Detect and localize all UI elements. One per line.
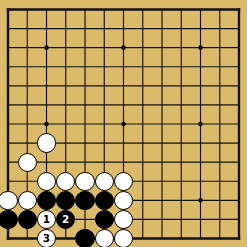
intersection bbox=[56, 191, 75, 210]
intersection bbox=[56, 134, 75, 153]
intersection bbox=[95, 172, 114, 191]
intersection bbox=[18, 38, 37, 57]
intersection bbox=[37, 38, 56, 57]
intersection bbox=[95, 76, 114, 95]
intersection bbox=[18, 210, 37, 229]
intersection bbox=[56, 76, 75, 95]
intersection bbox=[210, 134, 229, 153]
intersection bbox=[114, 191, 133, 210]
intersection bbox=[172, 134, 191, 153]
intersection bbox=[37, 19, 56, 38]
intersection bbox=[152, 57, 171, 76]
move-3-stone: 3 bbox=[37, 229, 56, 247]
intersection bbox=[133, 19, 152, 38]
intersection bbox=[229, 76, 247, 95]
intersection bbox=[191, 153, 210, 172]
intersection bbox=[114, 114, 133, 133]
intersection bbox=[18, 134, 37, 153]
intersection bbox=[18, 114, 37, 133]
intersection bbox=[172, 191, 191, 210]
intersection bbox=[56, 19, 75, 38]
intersection bbox=[18, 172, 37, 191]
intersection bbox=[152, 76, 171, 95]
intersection bbox=[114, 95, 133, 114]
intersection bbox=[75, 0, 94, 19]
intersection bbox=[191, 134, 210, 153]
intersection bbox=[56, 95, 75, 114]
intersection bbox=[75, 172, 94, 191]
black-stone bbox=[56, 191, 75, 210]
intersection bbox=[210, 191, 229, 210]
intersection bbox=[191, 0, 210, 19]
intersection bbox=[152, 19, 171, 38]
intersection bbox=[75, 134, 94, 153]
intersection bbox=[191, 19, 210, 38]
intersection bbox=[210, 0, 229, 19]
intersection bbox=[152, 114, 171, 133]
intersection bbox=[133, 0, 152, 19]
intersection bbox=[37, 57, 56, 76]
intersection bbox=[133, 229, 152, 247]
intersection bbox=[172, 57, 191, 76]
intersection bbox=[0, 134, 18, 153]
intersection bbox=[172, 153, 191, 172]
intersection bbox=[114, 76, 133, 95]
intersection bbox=[95, 19, 114, 38]
intersection bbox=[75, 38, 94, 57]
intersection bbox=[0, 0, 18, 19]
intersection bbox=[210, 19, 229, 38]
intersection bbox=[18, 95, 37, 114]
intersection bbox=[210, 95, 229, 114]
intersection bbox=[75, 19, 94, 38]
intersection bbox=[37, 134, 56, 153]
intersection bbox=[75, 57, 94, 76]
intersection bbox=[75, 114, 94, 133]
intersection bbox=[191, 229, 210, 247]
intersection bbox=[95, 210, 114, 229]
white-stone bbox=[56, 172, 75, 191]
intersection bbox=[172, 0, 191, 19]
intersection bbox=[95, 191, 114, 210]
intersection bbox=[229, 57, 247, 76]
white-stone bbox=[18, 153, 37, 172]
intersection bbox=[210, 229, 229, 247]
intersection bbox=[114, 0, 133, 19]
intersection bbox=[18, 19, 37, 38]
intersection bbox=[152, 210, 171, 229]
intersection bbox=[37, 153, 56, 172]
intersection bbox=[133, 134, 152, 153]
intersection bbox=[133, 76, 152, 95]
intersection bbox=[172, 19, 191, 38]
white-stone bbox=[0, 191, 18, 210]
intersection bbox=[114, 38, 133, 57]
intersection bbox=[152, 0, 171, 19]
intersection bbox=[0, 172, 18, 191]
intersection bbox=[133, 57, 152, 76]
intersection bbox=[56, 0, 75, 19]
intersection bbox=[229, 134, 247, 153]
intersection bbox=[210, 76, 229, 95]
intersection bbox=[210, 153, 229, 172]
intersection bbox=[229, 191, 247, 210]
intersection bbox=[191, 172, 210, 191]
intersection bbox=[210, 210, 229, 229]
black-stone bbox=[37, 191, 56, 210]
black-stone bbox=[95, 191, 114, 210]
intersection bbox=[172, 210, 191, 229]
intersection bbox=[75, 153, 94, 172]
intersection bbox=[95, 134, 114, 153]
intersection bbox=[95, 57, 114, 76]
intersection bbox=[0, 57, 18, 76]
intersection bbox=[95, 153, 114, 172]
intersection bbox=[18, 0, 37, 19]
intersection bbox=[133, 172, 152, 191]
intersection bbox=[210, 57, 229, 76]
intersection bbox=[229, 95, 247, 114]
intersection bbox=[37, 191, 56, 210]
intersection bbox=[114, 57, 133, 76]
intersection bbox=[114, 134, 133, 153]
intersection bbox=[37, 76, 56, 95]
intersection bbox=[152, 191, 171, 210]
intersection bbox=[133, 114, 152, 133]
black-stone bbox=[95, 210, 114, 229]
intersection bbox=[114, 210, 133, 229]
intersection bbox=[152, 229, 171, 247]
intersection bbox=[191, 38, 210, 57]
intersection bbox=[18, 57, 37, 76]
intersection bbox=[133, 210, 152, 229]
intersection bbox=[210, 172, 229, 191]
intersection bbox=[172, 76, 191, 95]
intersection bbox=[152, 172, 171, 191]
intersection bbox=[191, 76, 210, 95]
intersection bbox=[133, 153, 152, 172]
intersection bbox=[37, 114, 56, 133]
intersection bbox=[229, 38, 247, 57]
intersection bbox=[37, 0, 56, 19]
white-stone bbox=[37, 172, 56, 191]
intersection bbox=[191, 95, 210, 114]
intersection bbox=[152, 134, 171, 153]
white-stone bbox=[75, 172, 94, 191]
intersection bbox=[172, 172, 191, 191]
intersection bbox=[229, 114, 247, 133]
intersection bbox=[37, 95, 56, 114]
white-stone bbox=[114, 172, 133, 191]
intersection bbox=[18, 153, 37, 172]
intersection bbox=[0, 38, 18, 57]
intersection bbox=[114, 19, 133, 38]
intersection bbox=[0, 229, 18, 247]
intersection bbox=[210, 114, 229, 133]
intersection bbox=[133, 38, 152, 57]
intersection bbox=[0, 95, 18, 114]
intersection bbox=[56, 57, 75, 76]
intersection bbox=[172, 38, 191, 57]
intersection bbox=[114, 229, 133, 247]
intersection bbox=[56, 114, 75, 133]
intersection bbox=[95, 0, 114, 19]
white-stone bbox=[114, 210, 133, 229]
intersection bbox=[229, 210, 247, 229]
intersection: 1 bbox=[37, 210, 56, 229]
white-stone bbox=[95, 172, 114, 191]
intersection bbox=[0, 210, 18, 229]
intersection: 3 bbox=[37, 229, 56, 247]
intersection bbox=[172, 95, 191, 114]
black-stone bbox=[18, 210, 37, 229]
intersection bbox=[191, 210, 210, 229]
intersection bbox=[229, 19, 247, 38]
intersection bbox=[172, 229, 191, 247]
intersection bbox=[56, 38, 75, 57]
intersection bbox=[0, 19, 18, 38]
intersection bbox=[229, 153, 247, 172]
intersection bbox=[229, 0, 247, 19]
intersection bbox=[114, 172, 133, 191]
intersection bbox=[75, 229, 94, 247]
intersection bbox=[133, 95, 152, 114]
white-stone bbox=[95, 229, 114, 247]
intersection bbox=[75, 95, 94, 114]
intersection bbox=[0, 76, 18, 95]
white-stone bbox=[114, 191, 133, 210]
white-stone bbox=[18, 191, 37, 210]
intersection bbox=[152, 38, 171, 57]
intersection bbox=[37, 172, 56, 191]
intersection bbox=[95, 95, 114, 114]
go-board: 123 bbox=[0, 0, 247, 247]
intersection bbox=[56, 229, 75, 247]
intersection bbox=[0, 191, 18, 210]
intersection bbox=[56, 172, 75, 191]
intersection bbox=[152, 153, 171, 172]
intersection bbox=[191, 114, 210, 133]
intersection bbox=[95, 38, 114, 57]
intersection bbox=[191, 57, 210, 76]
intersection bbox=[172, 114, 191, 133]
intersection bbox=[18, 76, 37, 95]
black-stone bbox=[75, 191, 94, 210]
intersection bbox=[114, 153, 133, 172]
intersection bbox=[0, 153, 18, 172]
intersection bbox=[18, 191, 37, 210]
intersection bbox=[229, 229, 247, 247]
intersection: 2 bbox=[56, 210, 75, 229]
intersection bbox=[191, 191, 210, 210]
white-stone bbox=[37, 133, 56, 152]
intersection bbox=[75, 76, 94, 95]
intersection bbox=[0, 114, 18, 133]
intersection bbox=[75, 210, 94, 229]
intersection bbox=[18, 229, 37, 247]
intersection bbox=[210, 38, 229, 57]
intersection bbox=[133, 191, 152, 210]
intersection bbox=[152, 95, 171, 114]
go-diagram: 123 bbox=[0, 0, 247, 247]
intersection bbox=[56, 153, 75, 172]
black-stone bbox=[75, 229, 94, 247]
intersection bbox=[229, 172, 247, 191]
intersection bbox=[75, 191, 94, 210]
move-2-stone: 2 bbox=[56, 210, 75, 229]
black-stone bbox=[0, 210, 18, 229]
intersection bbox=[95, 229, 114, 247]
move-1-stone: 1 bbox=[37, 210, 56, 229]
intersection bbox=[95, 114, 114, 133]
white-stone bbox=[114, 229, 133, 247]
